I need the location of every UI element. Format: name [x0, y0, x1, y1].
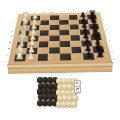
square: ♟ — [83, 53, 95, 60]
square — [60, 54, 71, 61]
square: ♟ — [80, 30, 90, 35]
coordinate-markings-top — [25, 11, 92, 13]
checkers-row — [56, 101, 76, 107]
square: ♟ — [80, 35, 91, 41]
square — [60, 47, 71, 53]
square: ♟ — [29, 31, 39, 36]
die-pip — [77, 87, 78, 88]
square — [60, 35, 70, 41]
square — [71, 53, 82, 60]
square — [71, 47, 82, 53]
square: ♚ — [18, 36, 29, 42]
square: ♜ — [94, 53, 106, 60]
white-pawn-piece: ♟ — [31, 13, 40, 21]
square: ♟ — [27, 42, 38, 48]
square — [70, 30, 80, 35]
square: ♟ — [82, 47, 93, 53]
square — [70, 41, 81, 47]
die-pip — [75, 89, 76, 90]
board-grid: ♜♟♟♜♞♟♟♞♝♟♟♝♛♟♟♛♚♟♟♚♝♟♟♝♞♟♟♞♜♟♟♜ — [14, 15, 106, 62]
square: ♟ — [26, 54, 38, 61]
black-knight-piece: ♞ — [94, 42, 105, 53]
checkers-row — [38, 83, 58, 89]
black-checkers-pile — [37, 77, 57, 105]
die-icon — [73, 85, 80, 92]
square: ♜ — [14, 55, 26, 62]
square — [49, 54, 60, 61]
die-pip — [77, 83, 78, 84]
square — [38, 42, 49, 48]
square: ♛ — [90, 29, 101, 34]
product-photo: ♜♟♟♜♞♟♟♞♝♟♟♝♛♟♟♛♚♟♟♚♝♟♟♝♞♟♟♞♜♟♟♜ — [0, 0, 120, 120]
board-frame: ♜♟♟♜♞♟♟♞♝♟♟♝♛♟♟♛♚♟♟♚♝♟♟♝♞♟♟♞♜♟♟♜ — [14, 15, 106, 62]
black-king-piece: ♚ — [91, 30, 101, 40]
checkers-row — [57, 95, 77, 101]
board-top: ♜♟♟♜♞♟♟♞♝♟♟♝♛♟♟♛♚♟♟♚♝♟♟♝♞♟♟♞♜♟♟♜ — [7, 12, 112, 66]
square: ♟ — [81, 41, 92, 47]
square — [60, 41, 70, 47]
square — [49, 41, 59, 47]
square: ♝ — [92, 40, 103, 46]
square: ♞ — [93, 47, 105, 53]
box-fold-seam — [8, 66, 112, 69]
square: ♞ — [15, 48, 26, 54]
square — [60, 30, 70, 35]
square — [38, 48, 49, 54]
square: ♝ — [16, 42, 27, 48]
square — [37, 54, 48, 61]
square — [70, 35, 80, 41]
square: ♚ — [91, 35, 102, 41]
square — [49, 47, 60, 53]
black-pawn-piece: ♟ — [78, 12, 87, 20]
checkers-row — [37, 100, 57, 106]
square: ♟ — [27, 48, 38, 54]
checkers-row — [38, 94, 58, 100]
